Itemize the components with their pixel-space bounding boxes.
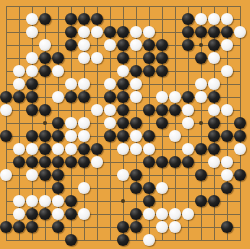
white-stone[interactable] [91,26,103,38]
black-stone[interactable] [104,130,116,142]
black-stone[interactable] [39,156,51,168]
white-stone[interactable] [78,208,90,220]
black-stone[interactable] [117,221,129,233]
black-stone[interactable] [156,52,168,64]
black-stone[interactable] [117,130,129,142]
black-stone[interactable] [26,91,38,103]
black-stone[interactable] [208,195,220,207]
black-stone[interactable] [234,169,246,181]
black-stone[interactable] [91,13,103,25]
black-stone[interactable] [234,130,246,142]
black-stone[interactable] [52,117,64,129]
black-stone[interactable] [143,65,155,77]
black-stone[interactable] [130,117,142,129]
black-stone[interactable] [182,13,194,25]
grid-line-horizontal [6,188,241,189]
black-stone[interactable] [156,39,168,51]
white-stone[interactable] [117,65,129,77]
black-stone[interactable] [182,156,194,168]
black-stone[interactable] [169,104,181,116]
white-stone[interactable] [130,143,142,155]
black-stone[interactable] [143,104,155,116]
black-stone[interactable] [65,156,77,168]
black-stone[interactable] [195,26,207,38]
black-stone[interactable] [130,208,142,220]
white-stone[interactable] [52,143,64,155]
white-stone[interactable] [143,26,155,38]
black-stone[interactable] [52,221,64,233]
black-stone[interactable] [78,143,90,155]
white-stone[interactable] [182,117,194,129]
black-stone[interactable] [195,169,207,181]
black-stone[interactable] [143,130,155,142]
black-stone[interactable] [143,182,155,194]
star-point [121,199,125,203]
black-stone[interactable] [39,208,51,220]
black-stone[interactable] [52,182,64,194]
black-stone[interactable] [52,169,64,181]
black-stone[interactable] [39,130,51,142]
black-stone[interactable] [143,39,155,51]
go-board[interactable] [0,0,250,249]
black-stone[interactable] [221,26,233,38]
white-stone[interactable] [143,234,155,246]
white-stone[interactable] [65,117,77,129]
black-stone[interactable] [13,156,25,168]
white-stone[interactable] [104,78,116,90]
black-stone[interactable] [26,104,38,116]
white-stone[interactable] [156,182,168,194]
white-stone[interactable] [39,195,51,207]
white-stone[interactable] [221,13,233,25]
black-stone[interactable] [13,221,25,233]
black-stone[interactable] [52,52,64,64]
black-stone[interactable] [169,156,181,168]
white-stone[interactable] [65,143,77,155]
black-stone[interactable] [78,13,90,25]
white-stone[interactable] [182,208,194,220]
white-stone[interactable] [117,169,129,181]
white-stone[interactable] [65,130,77,142]
black-stone[interactable] [182,26,194,38]
white-stone[interactable] [13,78,25,90]
black-stone[interactable] [65,91,77,103]
black-stone[interactable] [39,13,51,25]
white-stone[interactable] [169,221,181,233]
white-stone[interactable] [26,143,38,155]
grid-line-vertical [175,6,176,241]
white-stone[interactable] [208,52,220,64]
black-stone[interactable] [156,117,168,129]
black-stone[interactable] [130,65,142,77]
white-stone[interactable] [52,195,64,207]
white-stone[interactable] [234,143,246,155]
white-stone[interactable] [78,52,90,64]
black-stone[interactable] [208,39,220,51]
black-stone[interactable] [26,78,38,90]
black-stone[interactable] [156,156,168,168]
black-stone[interactable] [130,221,142,233]
black-stone[interactable] [182,91,194,103]
white-stone[interactable] [78,130,90,142]
white-stone[interactable] [52,65,64,77]
black-stone[interactable] [26,130,38,142]
white-stone[interactable] [156,91,168,103]
white-stone[interactable] [13,65,25,77]
white-stone[interactable] [208,78,220,90]
black-stone[interactable] [208,117,220,129]
white-stone[interactable] [156,208,168,220]
black-stone[interactable] [117,78,129,90]
white-stone[interactable] [130,26,142,38]
white-stone[interactable] [143,143,155,155]
white-stone[interactable] [78,117,90,129]
black-stone[interactable] [13,91,25,103]
black-stone[interactable] [78,156,90,168]
white-stone[interactable] [78,78,90,90]
black-stone[interactable] [104,91,116,103]
black-stone[interactable] [208,91,220,103]
black-stone[interactable] [26,156,38,168]
white-stone[interactable] [26,13,38,25]
white-stone[interactable] [26,195,38,207]
white-stone[interactable] [130,130,142,142]
black-stone[interactable] [195,52,207,64]
white-stone[interactable] [104,39,116,51]
black-stone[interactable] [208,143,220,155]
white-stone[interactable] [195,78,207,90]
black-stone[interactable] [143,52,155,64]
white-stone[interactable] [208,104,220,116]
white-stone[interactable] [91,156,103,168]
star-point [199,121,203,125]
white-stone[interactable] [78,26,90,38]
black-stone[interactable] [65,195,77,207]
black-stone[interactable] [221,221,233,233]
white-stone[interactable] [195,91,207,103]
black-stone[interactable] [208,130,220,142]
black-stone[interactable] [39,143,51,155]
black-stone[interactable] [117,104,129,116]
white-stone[interactable] [39,39,51,51]
black-stone[interactable] [117,91,129,103]
black-stone[interactable] [26,221,38,233]
white-stone[interactable] [221,156,233,168]
white-stone[interactable] [130,91,142,103]
white-stone[interactable] [91,52,103,64]
black-stone[interactable] [182,39,194,51]
black-stone[interactable] [0,130,12,142]
black-stone[interactable] [143,156,155,168]
black-stone[interactable] [65,13,77,25]
white-stone[interactable] [26,52,38,64]
white-stone[interactable] [78,182,90,194]
white-stone[interactable] [169,130,181,142]
white-stone[interactable] [13,208,25,220]
white-stone[interactable] [52,208,64,220]
black-stone[interactable] [221,182,233,194]
star-point [199,43,203,47]
white-stone[interactable] [13,195,25,207]
white-stone[interactable] [221,104,233,116]
black-stone[interactable] [91,143,103,155]
black-stone[interactable] [78,91,90,103]
black-stone[interactable] [65,208,77,220]
white-stone[interactable] [117,143,129,155]
white-stone[interactable] [221,65,233,77]
white-stone[interactable] [91,104,103,116]
white-stone[interactable] [169,208,181,220]
black-stone[interactable] [39,52,51,64]
white-stone[interactable] [130,39,142,51]
white-stone[interactable] [143,208,155,220]
white-stone[interactable] [13,143,25,155]
black-stone[interactable] [117,26,129,38]
black-stone[interactable] [117,52,129,64]
black-stone[interactable] [117,234,129,246]
black-stone[interactable] [130,169,142,181]
white-stone[interactable] [130,78,142,90]
black-stone[interactable] [65,39,77,51]
black-stone[interactable] [39,169,51,181]
white-stone[interactable] [104,117,116,129]
black-stone[interactable] [65,26,77,38]
black-stone[interactable] [195,143,207,155]
black-stone[interactable] [52,156,64,168]
black-stone[interactable] [0,221,12,233]
white-stone[interactable] [26,65,38,77]
white-stone[interactable] [26,169,38,181]
white-stone[interactable] [65,78,77,90]
white-stone[interactable] [169,91,181,103]
white-stone[interactable] [0,104,12,116]
black-stone[interactable] [143,195,155,207]
white-stone[interactable] [182,143,194,155]
white-stone[interactable] [208,13,220,25]
black-stone[interactable] [39,65,51,77]
white-stone[interactable] [221,39,233,51]
black-stone[interactable] [117,117,129,129]
white-stone[interactable] [195,13,207,25]
black-stone[interactable] [156,104,168,116]
black-stone[interactable] [156,65,168,77]
black-stone[interactable] [234,117,246,129]
white-stone[interactable] [208,156,220,168]
black-stone[interactable] [208,26,220,38]
white-stone[interactable] [26,26,38,38]
white-stone[interactable] [104,104,116,116]
white-stone[interactable] [78,39,90,51]
black-stone[interactable] [52,130,64,142]
go-app [0,0,250,249]
black-stone[interactable] [39,104,51,116]
white-stone[interactable] [156,221,168,233]
black-stone[interactable] [117,39,129,51]
white-stone[interactable] [0,169,12,181]
star-point [43,121,47,125]
white-stone[interactable] [182,104,194,116]
black-stone[interactable] [0,91,12,103]
black-stone[interactable] [195,195,207,207]
black-stone[interactable] [104,26,116,38]
black-stone[interactable] [221,130,233,142]
white-stone[interactable] [234,26,246,38]
white-stone[interactable] [221,169,233,181]
black-stone[interactable] [65,234,77,246]
white-stone[interactable] [52,91,64,103]
black-stone[interactable] [130,182,142,194]
black-stone[interactable] [26,208,38,220]
